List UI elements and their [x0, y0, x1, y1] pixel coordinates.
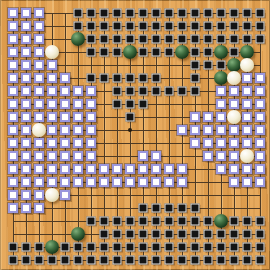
- white-territory-marker[interactable]: [8, 164, 18, 174]
- white-stone[interactable]: [240, 149, 254, 163]
- black-territory-marker[interactable]: [152, 217, 161, 226]
- white-territory-marker[interactable]: [177, 125, 187, 135]
- white-territory-marker[interactable]: [47, 86, 57, 96]
- black-territory-marker[interactable]: [74, 22, 83, 31]
- white-territory-marker[interactable]: [203, 138, 213, 148]
- white-stone[interactable]: [45, 45, 59, 59]
- black-territory-marker[interactable]: [256, 9, 265, 18]
- white-territory-marker[interactable]: [21, 177, 31, 187]
- white-territory-marker[interactable]: [8, 190, 18, 200]
- white-territory-marker[interactable]: [21, 8, 31, 18]
- white-territory-marker[interactable]: [216, 112, 226, 122]
- white-territory-marker[interactable]: [47, 73, 57, 83]
- white-territory-marker[interactable]: [255, 73, 265, 83]
- black-territory-marker[interactable]: [74, 256, 83, 265]
- white-stone[interactable]: [240, 58, 254, 72]
- black-territory-marker[interactable]: [230, 9, 239, 18]
- black-territory-marker[interactable]: [126, 9, 135, 18]
- black-territory-marker[interactable]: [191, 217, 200, 226]
- black-territory-marker[interactable]: [256, 22, 265, 31]
- black-territory-marker[interactable]: [217, 9, 226, 18]
- black-territory-marker[interactable]: [243, 217, 252, 226]
- black-territory-marker[interactable]: [126, 256, 135, 265]
- black-territory-marker[interactable]: [256, 243, 265, 252]
- black-territory-marker[interactable]: [126, 100, 135, 109]
- white-territory-marker[interactable]: [138, 151, 148, 161]
- white-territory-marker[interactable]: [73, 138, 83, 148]
- white-territory-marker[interactable]: [21, 190, 31, 200]
- white-territory-marker[interactable]: [255, 112, 265, 122]
- black-territory-marker[interactable]: [191, 35, 200, 44]
- black-stone[interactable]: [71, 32, 85, 46]
- white-territory-marker[interactable]: [255, 164, 265, 174]
- black-territory-marker[interactable]: [126, 230, 135, 239]
- black-territory-marker[interactable]: [165, 9, 174, 18]
- white-territory-marker[interactable]: [34, 112, 44, 122]
- black-territory-marker[interactable]: [178, 217, 187, 226]
- black-territory-marker[interactable]: [100, 217, 109, 226]
- white-territory-marker[interactable]: [8, 99, 18, 109]
- white-territory-marker[interactable]: [242, 177, 252, 187]
- black-stone[interactable]: [240, 45, 254, 59]
- black-territory-marker[interactable]: [152, 35, 161, 44]
- white-territory-marker[interactable]: [21, 60, 31, 70]
- black-territory-marker[interactable]: [9, 256, 18, 265]
- white-territory-marker[interactable]: [21, 34, 31, 44]
- white-territory-marker[interactable]: [203, 125, 213, 135]
- black-territory-marker[interactable]: [100, 35, 109, 44]
- white-territory-marker[interactable]: [86, 177, 96, 187]
- white-territory-marker[interactable]: [164, 164, 174, 174]
- white-territory-marker[interactable]: [34, 8, 44, 18]
- white-stone[interactable]: [227, 71, 241, 85]
- white-territory-marker[interactable]: [125, 164, 135, 174]
- black-territory-marker[interactable]: [113, 48, 122, 57]
- white-territory-marker[interactable]: [8, 86, 18, 96]
- white-territory-marker[interactable]: [21, 138, 31, 148]
- black-territory-marker[interactable]: [178, 243, 187, 252]
- black-territory-marker[interactable]: [152, 204, 161, 213]
- black-territory-marker[interactable]: [61, 256, 70, 265]
- black-territory-marker[interactable]: [243, 230, 252, 239]
- black-territory-marker[interactable]: [178, 87, 187, 96]
- white-territory-marker[interactable]: [34, 177, 44, 187]
- white-territory-marker[interactable]: [164, 177, 174, 187]
- white-territory-marker[interactable]: [60, 177, 70, 187]
- white-territory-marker[interactable]: [203, 112, 213, 122]
- black-territory-marker[interactable]: [256, 35, 265, 44]
- white-stone[interactable]: [45, 188, 59, 202]
- black-territory-marker[interactable]: [230, 230, 239, 239]
- white-territory-marker[interactable]: [47, 164, 57, 174]
- black-territory-marker[interactable]: [152, 48, 161, 57]
- black-territory-marker[interactable]: [152, 9, 161, 18]
- black-territory-marker[interactable]: [100, 48, 109, 57]
- white-territory-marker[interactable]: [34, 151, 44, 161]
- black-territory-marker[interactable]: [61, 243, 70, 252]
- white-territory-marker[interactable]: [73, 125, 83, 135]
- white-territory-marker[interactable]: [86, 99, 96, 109]
- white-territory-marker[interactable]: [8, 177, 18, 187]
- black-territory-marker[interactable]: [113, 100, 122, 109]
- white-territory-marker[interactable]: [216, 125, 226, 135]
- white-territory-marker[interactable]: [216, 138, 226, 148]
- white-territory-marker[interactable]: [60, 112, 70, 122]
- black-stone[interactable]: [123, 45, 137, 59]
- white-territory-marker[interactable]: [60, 86, 70, 96]
- white-territory-marker[interactable]: [86, 151, 96, 161]
- black-territory-marker[interactable]: [126, 243, 135, 252]
- white-territory-marker[interactable]: [229, 138, 239, 148]
- white-territory-marker[interactable]: [177, 177, 187, 187]
- black-territory-marker[interactable]: [165, 48, 174, 57]
- black-territory-marker[interactable]: [113, 230, 122, 239]
- white-territory-marker[interactable]: [242, 138, 252, 148]
- white-territory-marker[interactable]: [229, 86, 239, 96]
- black-territory-marker[interactable]: [87, 256, 96, 265]
- black-territory-marker[interactable]: [191, 22, 200, 31]
- white-territory-marker[interactable]: [216, 99, 226, 109]
- black-territory-marker[interactable]: [243, 35, 252, 44]
- white-territory-marker[interactable]: [229, 151, 239, 161]
- black-territory-marker[interactable]: [230, 48, 239, 57]
- white-territory-marker[interactable]: [255, 86, 265, 96]
- black-territory-marker[interactable]: [152, 243, 161, 252]
- black-territory-marker[interactable]: [87, 217, 96, 226]
- black-territory-marker[interactable]: [100, 230, 109, 239]
- white-territory-marker[interactable]: [86, 112, 96, 122]
- black-territory-marker[interactable]: [113, 87, 122, 96]
- white-territory-marker[interactable]: [21, 125, 31, 135]
- black-territory-marker[interactable]: [126, 74, 135, 83]
- black-territory-marker[interactable]: [139, 230, 148, 239]
- white-territory-marker[interactable]: [8, 125, 18, 135]
- white-territory-marker[interactable]: [47, 177, 57, 187]
- black-territory-marker[interactable]: [126, 22, 135, 31]
- black-territory-marker[interactable]: [256, 230, 265, 239]
- white-territory-marker[interactable]: [21, 86, 31, 96]
- white-territory-marker[interactable]: [34, 138, 44, 148]
- black-territory-marker[interactable]: [230, 22, 239, 31]
- black-territory-marker[interactable]: [165, 230, 174, 239]
- black-territory-marker[interactable]: [113, 35, 122, 44]
- white-territory-marker[interactable]: [60, 125, 70, 135]
- black-territory-marker[interactable]: [113, 22, 122, 31]
- black-territory-marker[interactable]: [230, 256, 239, 265]
- black-territory-marker[interactable]: [113, 9, 122, 18]
- white-territory-marker[interactable]: [34, 73, 44, 83]
- black-territory-marker[interactable]: [204, 22, 213, 31]
- white-territory-marker[interactable]: [242, 112, 252, 122]
- black-territory-marker[interactable]: [191, 230, 200, 239]
- black-territory-marker[interactable]: [87, 48, 96, 57]
- white-territory-marker[interactable]: [190, 138, 200, 148]
- white-territory-marker[interactable]: [138, 177, 148, 187]
- white-territory-marker[interactable]: [73, 112, 83, 122]
- black-territory-marker[interactable]: [139, 22, 148, 31]
- black-territory-marker[interactable]: [204, 48, 213, 57]
- white-territory-marker[interactable]: [73, 86, 83, 96]
- black-territory-marker[interactable]: [204, 35, 213, 44]
- black-territory-marker[interactable]: [191, 74, 200, 83]
- black-territory-marker[interactable]: [100, 243, 109, 252]
- white-territory-marker[interactable]: [34, 99, 44, 109]
- black-territory-marker[interactable]: [191, 87, 200, 96]
- black-territory-marker[interactable]: [74, 243, 83, 252]
- white-territory-marker[interactable]: [229, 164, 239, 174]
- black-territory-marker[interactable]: [139, 74, 148, 83]
- white-territory-marker[interactable]: [8, 60, 18, 70]
- black-stone[interactable]: [175, 45, 189, 59]
- white-territory-marker[interactable]: [47, 125, 57, 135]
- black-territory-marker[interactable]: [178, 22, 187, 31]
- white-territory-marker[interactable]: [34, 21, 44, 31]
- black-territory-marker[interactable]: [139, 100, 148, 109]
- black-territory-marker[interactable]: [100, 9, 109, 18]
- white-territory-marker[interactable]: [151, 151, 161, 161]
- white-territory-marker[interactable]: [21, 73, 31, 83]
- black-territory-marker[interactable]: [191, 48, 200, 57]
- black-territory-marker[interactable]: [152, 22, 161, 31]
- white-territory-marker[interactable]: [34, 47, 44, 57]
- white-territory-marker[interactable]: [203, 151, 213, 161]
- white-territory-marker[interactable]: [242, 73, 252, 83]
- white-territory-marker[interactable]: [151, 164, 161, 174]
- white-territory-marker[interactable]: [190, 125, 200, 135]
- black-territory-marker[interactable]: [243, 243, 252, 252]
- white-territory-marker[interactable]: [229, 125, 239, 135]
- black-territory-marker[interactable]: [178, 256, 187, 265]
- white-territory-marker[interactable]: [112, 177, 122, 187]
- black-territory-marker[interactable]: [113, 256, 122, 265]
- white-territory-marker[interactable]: [242, 86, 252, 96]
- black-territory-marker[interactable]: [178, 9, 187, 18]
- black-territory-marker[interactable]: [256, 217, 265, 226]
- black-territory-marker[interactable]: [152, 74, 161, 83]
- white-territory-marker[interactable]: [138, 164, 148, 174]
- black-territory-marker[interactable]: [113, 217, 122, 226]
- black-territory-marker[interactable]: [191, 243, 200, 252]
- black-territory-marker[interactable]: [165, 217, 174, 226]
- black-territory-marker[interactable]: [48, 256, 57, 265]
- white-territory-marker[interactable]: [255, 151, 265, 161]
- white-territory-marker[interactable]: [125, 177, 135, 187]
- black-territory-marker[interactable]: [100, 22, 109, 31]
- white-territory-marker[interactable]: [8, 151, 18, 161]
- black-territory-marker[interactable]: [165, 35, 174, 44]
- white-territory-marker[interactable]: [34, 190, 44, 200]
- white-territory-marker[interactable]: [112, 164, 122, 174]
- white-territory-marker[interactable]: [60, 151, 70, 161]
- black-territory-marker[interactable]: [139, 243, 148, 252]
- black-territory-marker[interactable]: [35, 243, 44, 252]
- white-territory-marker[interactable]: [21, 21, 31, 31]
- white-territory-marker[interactable]: [34, 60, 44, 70]
- black-territory-marker[interactable]: [191, 204, 200, 213]
- white-territory-marker[interactable]: [73, 151, 83, 161]
- white-territory-marker[interactable]: [60, 138, 70, 148]
- white-territory-marker[interactable]: [242, 125, 252, 135]
- black-territory-marker[interactable]: [243, 9, 252, 18]
- black-territory-marker[interactable]: [152, 230, 161, 239]
- white-territory-marker[interactable]: [86, 164, 96, 174]
- white-territory-marker[interactable]: [8, 203, 18, 213]
- white-territory-marker[interactable]: [8, 112, 18, 122]
- white-territory-marker[interactable]: [34, 203, 44, 213]
- white-territory-marker[interactable]: [8, 34, 18, 44]
- white-territory-marker[interactable]: [99, 164, 109, 174]
- white-territory-marker[interactable]: [242, 164, 252, 174]
- white-stone[interactable]: [32, 123, 46, 137]
- black-territory-marker[interactable]: [87, 35, 96, 44]
- black-territory-marker[interactable]: [126, 217, 135, 226]
- white-territory-marker[interactable]: [86, 138, 96, 148]
- white-territory-marker[interactable]: [8, 138, 18, 148]
- black-territory-marker[interactable]: [191, 256, 200, 265]
- white-territory-marker[interactable]: [216, 151, 226, 161]
- white-stone[interactable]: [227, 110, 241, 124]
- black-territory-marker[interactable]: [139, 48, 148, 57]
- black-territory-marker[interactable]: [139, 256, 148, 265]
- black-territory-marker[interactable]: [204, 61, 213, 70]
- black-territory-marker[interactable]: [204, 217, 213, 226]
- white-territory-marker[interactable]: [47, 99, 57, 109]
- black-territory-marker[interactable]: [217, 256, 226, 265]
- black-territory-marker[interactable]: [139, 204, 148, 213]
- black-territory-marker[interactable]: [100, 74, 109, 83]
- black-territory-marker[interactable]: [191, 9, 200, 18]
- white-territory-marker[interactable]: [177, 164, 187, 174]
- white-territory-marker[interactable]: [229, 177, 239, 187]
- white-territory-marker[interactable]: [8, 47, 18, 57]
- black-territory-marker[interactable]: [87, 9, 96, 18]
- black-stone[interactable]: [71, 227, 85, 241]
- black-territory-marker[interactable]: [139, 9, 148, 18]
- white-territory-marker[interactable]: [47, 151, 57, 161]
- black-territory-marker[interactable]: [230, 243, 239, 252]
- black-territory-marker[interactable]: [204, 9, 213, 18]
- black-territory-marker[interactable]: [152, 87, 161, 96]
- black-territory-marker[interactable]: [165, 243, 174, 252]
- black-territory-marker[interactable]: [100, 256, 109, 265]
- black-territory-marker[interactable]: [230, 35, 239, 44]
- white-territory-marker[interactable]: [86, 125, 96, 135]
- white-territory-marker[interactable]: [21, 164, 31, 174]
- white-territory-marker[interactable]: [34, 34, 44, 44]
- black-territory-marker[interactable]: [74, 9, 83, 18]
- black-territory-marker[interactable]: [243, 22, 252, 31]
- white-territory-marker[interactable]: [242, 99, 252, 109]
- black-territory-marker[interactable]: [87, 22, 96, 31]
- black-territory-marker[interactable]: [178, 204, 187, 213]
- black-territory-marker[interactable]: [113, 74, 122, 83]
- black-stone[interactable]: [214, 214, 228, 228]
- black-territory-marker[interactable]: [126, 113, 135, 122]
- black-territory-marker[interactable]: [9, 243, 18, 252]
- black-territory-marker[interactable]: [217, 22, 226, 31]
- black-territory-marker[interactable]: [204, 256, 213, 265]
- white-territory-marker[interactable]: [216, 164, 226, 174]
- white-territory-marker[interactable]: [8, 21, 18, 31]
- black-stone[interactable]: [214, 45, 228, 59]
- black-stone[interactable]: [45, 240, 59, 254]
- black-territory-marker[interactable]: [204, 230, 213, 239]
- black-territory-marker[interactable]: [191, 61, 200, 70]
- black-territory-marker[interactable]: [22, 256, 31, 265]
- black-territory-marker[interactable]: [152, 256, 161, 265]
- white-territory-marker[interactable]: [60, 164, 70, 174]
- white-territory-marker[interactable]: [255, 99, 265, 109]
- white-territory-marker[interactable]: [34, 164, 44, 174]
- black-territory-marker[interactable]: [230, 217, 239, 226]
- black-territory-marker[interactable]: [139, 87, 148, 96]
- white-territory-marker[interactable]: [190, 112, 200, 122]
- white-territory-marker[interactable]: [73, 177, 83, 187]
- black-territory-marker[interactable]: [165, 256, 174, 265]
- black-territory-marker[interactable]: [165, 204, 174, 213]
- white-territory-marker[interactable]: [151, 177, 161, 187]
- white-territory-marker[interactable]: [255, 125, 265, 135]
- white-territory-marker[interactable]: [47, 138, 57, 148]
- black-territory-marker[interactable]: [126, 87, 135, 96]
- black-territory-marker[interactable]: [113, 243, 122, 252]
- black-territory-marker[interactable]: [87, 243, 96, 252]
- black-territory-marker[interactable]: [217, 243, 226, 252]
- white-territory-marker[interactable]: [47, 112, 57, 122]
- white-territory-marker[interactable]: [255, 177, 265, 187]
- black-territory-marker[interactable]: [139, 35, 148, 44]
- black-territory-marker[interactable]: [35, 256, 44, 265]
- white-territory-marker[interactable]: [8, 73, 18, 83]
- white-territory-marker[interactable]: [21, 151, 31, 161]
- black-territory-marker[interactable]: [204, 243, 213, 252]
- black-territory-marker[interactable]: [165, 22, 174, 31]
- white-territory-marker[interactable]: [86, 86, 96, 96]
- white-territory-marker[interactable]: [60, 99, 70, 109]
- black-territory-marker[interactable]: [126, 35, 135, 44]
- black-stone[interactable]: [227, 58, 241, 72]
- white-territory-marker[interactable]: [255, 138, 265, 148]
- white-territory-marker[interactable]: [21, 47, 31, 57]
- white-territory-marker[interactable]: [60, 190, 70, 200]
- white-territory-marker[interactable]: [229, 99, 239, 109]
- white-territory-marker[interactable]: [73, 99, 83, 109]
- black-territory-marker[interactable]: [178, 230, 187, 239]
- black-territory-marker[interactable]: [87, 74, 96, 83]
- black-territory-marker[interactable]: [256, 256, 265, 265]
- go-board[interactable]: [0, 0, 270, 270]
- black-territory-marker[interactable]: [217, 61, 226, 70]
- black-territory-marker[interactable]: [217, 35, 226, 44]
- white-territory-marker[interactable]: [21, 112, 31, 122]
- white-territory-marker[interactable]: [21, 99, 31, 109]
- black-territory-marker[interactable]: [178, 35, 187, 44]
- black-territory-marker[interactable]: [165, 87, 174, 96]
- white-territory-marker[interactable]: [73, 164, 83, 174]
- white-territory-marker[interactable]: [47, 60, 57, 70]
- black-territory-marker[interactable]: [217, 230, 226, 239]
- white-territory-marker[interactable]: [99, 177, 109, 187]
- white-territory-marker[interactable]: [216, 86, 226, 96]
- white-territory-marker[interactable]: [60, 73, 70, 83]
- black-stone[interactable]: [214, 71, 228, 85]
- black-territory-marker[interactable]: [139, 217, 148, 226]
- white-territory-marker[interactable]: [21, 203, 31, 213]
- black-territory-marker[interactable]: [22, 243, 31, 252]
- white-territory-marker[interactable]: [8, 8, 18, 18]
- white-territory-marker[interactable]: [34, 86, 44, 96]
- black-territory-marker[interactable]: [243, 256, 252, 265]
